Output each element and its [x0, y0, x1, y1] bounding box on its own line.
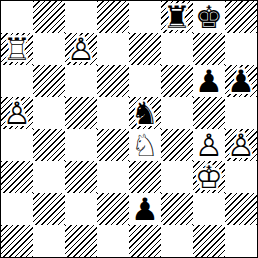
- square-g2[interactable]: [193, 193, 225, 225]
- white-knight: ♘: [129, 129, 161, 161]
- white-pawn-backing: ♟: [225, 129, 257, 161]
- square-h2[interactable]: [225, 193, 257, 225]
- black-pawn: ♟: [225, 65, 257, 97]
- square-a4[interactable]: [1, 129, 33, 161]
- white-pawn: ♙: [1, 97, 33, 129]
- square-g7[interactable]: [193, 33, 225, 65]
- black-king-backing: ♚: [193, 1, 225, 33]
- square-d7[interactable]: [97, 33, 129, 65]
- square-b5[interactable]: [33, 97, 65, 129]
- square-e3[interactable]: [129, 161, 161, 193]
- square-a6[interactable]: [1, 65, 33, 97]
- square-c4[interactable]: [65, 129, 97, 161]
- white-pawn: ♙: [65, 33, 97, 65]
- square-d5[interactable]: [97, 97, 129, 129]
- square-e2[interactable]: ♟♟: [129, 193, 161, 225]
- square-d8[interactable]: [97, 1, 129, 33]
- square-g6[interactable]: ♟♟: [193, 65, 225, 97]
- chess-board: ♜♜♚♚♜♖♟♙♟♟♟♟♟♙♞♞♞♘♟♙♟♙♚♔♟♟: [0, 0, 258, 258]
- black-rook: ♜: [161, 1, 193, 33]
- square-e6[interactable]: [129, 65, 161, 97]
- square-a5[interactable]: ♟♙: [1, 97, 33, 129]
- square-h3[interactable]: [225, 161, 257, 193]
- black-pawn-backing: ♟: [129, 193, 161, 225]
- square-f4[interactable]: [161, 129, 193, 161]
- square-c1[interactable]: [65, 225, 97, 257]
- square-d1[interactable]: [97, 225, 129, 257]
- square-a2[interactable]: [1, 193, 33, 225]
- square-b4[interactable]: [33, 129, 65, 161]
- square-h8[interactable]: [225, 1, 257, 33]
- square-e7[interactable]: [129, 33, 161, 65]
- square-g3[interactable]: ♚♔: [193, 161, 225, 193]
- square-b1[interactable]: [33, 225, 65, 257]
- square-e8[interactable]: [129, 1, 161, 33]
- square-b7[interactable]: [33, 33, 65, 65]
- square-d6[interactable]: [97, 65, 129, 97]
- square-c3[interactable]: [65, 161, 97, 193]
- square-a1[interactable]: [1, 225, 33, 257]
- square-h6[interactable]: ♟♟: [225, 65, 257, 97]
- square-b3[interactable]: [33, 161, 65, 193]
- square-b2[interactable]: [33, 193, 65, 225]
- square-f2[interactable]: [161, 193, 193, 225]
- square-f1[interactable]: [161, 225, 193, 257]
- black-pawn-backing: ♟: [225, 65, 257, 97]
- square-c6[interactable]: [65, 65, 97, 97]
- square-h5[interactable]: [225, 97, 257, 129]
- square-f5[interactable]: [161, 97, 193, 129]
- square-b8[interactable]: [33, 1, 65, 33]
- white-pawn: ♙: [193, 129, 225, 161]
- black-pawn: ♟: [193, 65, 225, 97]
- white-king-backing: ♚: [193, 161, 225, 193]
- square-b6[interactable]: [33, 65, 65, 97]
- white-rook: ♖: [1, 33, 33, 65]
- black-knight: ♞: [129, 97, 161, 129]
- black-rook-backing: ♜: [161, 1, 193, 33]
- square-a3[interactable]: [1, 161, 33, 193]
- black-pawn-backing: ♟: [193, 65, 225, 97]
- square-g5[interactable]: [193, 97, 225, 129]
- square-d2[interactable]: [97, 193, 129, 225]
- square-a7[interactable]: ♜♖: [1, 33, 33, 65]
- square-g1[interactable]: [193, 225, 225, 257]
- square-f7[interactable]: [161, 33, 193, 65]
- square-h7[interactable]: [225, 33, 257, 65]
- square-f8[interactable]: ♜♜: [161, 1, 193, 33]
- white-pawn-backing: ♟: [65, 33, 97, 65]
- black-pawn: ♟: [129, 193, 161, 225]
- square-c8[interactable]: [65, 1, 97, 33]
- white-pawn-backing: ♟: [1, 97, 33, 129]
- white-rook-backing: ♜: [1, 33, 33, 65]
- square-a8[interactable]: [1, 1, 33, 33]
- square-c2[interactable]: [65, 193, 97, 225]
- white-king: ♔: [193, 161, 225, 193]
- square-e5[interactable]: ♞♞: [129, 97, 161, 129]
- square-c7[interactable]: ♟♙: [65, 33, 97, 65]
- square-h1[interactable]: [225, 225, 257, 257]
- square-g4[interactable]: ♟♙: [193, 129, 225, 161]
- black-king: ♚: [193, 1, 225, 33]
- square-c5[interactable]: [65, 97, 97, 129]
- square-e4[interactable]: ♞♘: [129, 129, 161, 161]
- white-pawn: ♙: [225, 129, 257, 161]
- square-e1[interactable]: [129, 225, 161, 257]
- square-h4[interactable]: ♟♙: [225, 129, 257, 161]
- square-d4[interactable]: [97, 129, 129, 161]
- square-f3[interactable]: [161, 161, 193, 193]
- black-knight-backing: ♞: [129, 97, 161, 129]
- square-d3[interactable]: [97, 161, 129, 193]
- white-pawn-backing: ♟: [193, 129, 225, 161]
- square-f6[interactable]: [161, 65, 193, 97]
- white-knight-backing: ♞: [129, 129, 161, 161]
- square-g8[interactable]: ♚♚: [193, 1, 225, 33]
